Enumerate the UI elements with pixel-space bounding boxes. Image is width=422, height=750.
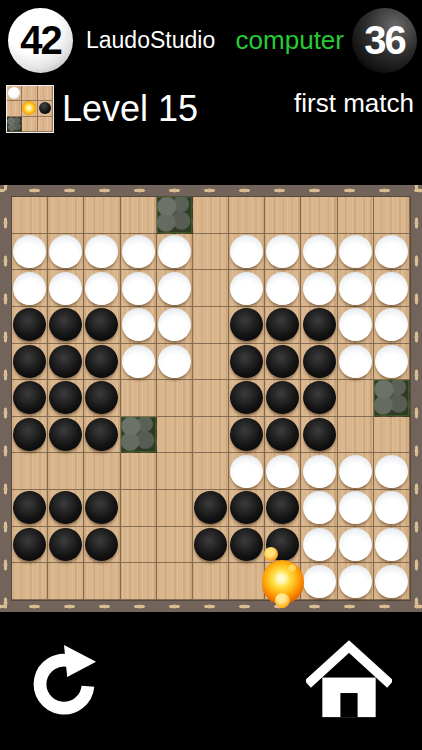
thumbnail-piece — [8, 87, 20, 99]
board-cell[interactable] — [265, 490, 301, 527]
black-score: 36 — [364, 18, 405, 63]
white-disc — [375, 528, 408, 561]
thumbnail-cell — [7, 86, 22, 101]
black-disc — [230, 528, 263, 561]
board-cell[interactable] — [374, 344, 410, 381]
white-disc — [375, 491, 408, 524]
board-cell[interactable] — [301, 344, 337, 381]
board-cell[interactable] — [265, 453, 301, 490]
black-disc — [303, 345, 336, 378]
white-disc — [122, 235, 155, 268]
footer-bar — [0, 612, 422, 750]
white-disc — [230, 272, 263, 305]
board-cell[interactable] — [48, 234, 84, 271]
board-cell[interactable] — [338, 527, 374, 564]
board-cell[interactable] — [229, 490, 265, 527]
board-cell[interactable] — [229, 563, 265, 600]
board-cell[interactable] — [48, 527, 84, 564]
board-cell[interactable] — [193, 417, 229, 454]
white-disc — [122, 308, 155, 341]
board-cell[interactable] — [338, 380, 374, 417]
black-disc — [13, 308, 46, 341]
black-disc — [230, 345, 263, 378]
black-disc — [85, 381, 118, 414]
board-cell[interactable] — [301, 197, 337, 234]
black-disc — [194, 528, 227, 561]
board-cell[interactable] — [193, 344, 229, 381]
board-cell[interactable] — [84, 234, 120, 271]
board-cell[interactable] — [338, 307, 374, 344]
board-cell[interactable] — [265, 417, 301, 454]
board-cell[interactable] — [338, 563, 374, 600]
white-disc — [339, 272, 372, 305]
white-disc — [375, 565, 408, 598]
home-button[interactable] — [306, 637, 392, 725]
board-cell[interactable] — [193, 380, 229, 417]
black-disc — [85, 528, 118, 561]
board-cell[interactable] — [374, 234, 410, 271]
frame-stitches-top — [0, 185, 422, 196]
black-disc — [85, 418, 118, 451]
white-disc — [158, 235, 191, 268]
level-thumbnail — [6, 85, 54, 133]
board-cell[interactable] — [121, 527, 157, 564]
black-disc — [13, 381, 46, 414]
black-disc — [85, 345, 118, 378]
board-cell[interactable] — [12, 270, 48, 307]
board-cell[interactable] — [229, 527, 265, 564]
black-player-name: computer — [236, 25, 344, 56]
board-cell[interactable] — [157, 344, 193, 381]
board-cell[interactable] — [12, 490, 48, 527]
white-disc — [230, 455, 263, 488]
board-cell[interactable] — [193, 270, 229, 307]
white-disc — [303, 528, 336, 561]
black-disc — [230, 418, 263, 451]
board-cell[interactable] — [193, 307, 229, 344]
black-disc — [303, 381, 336, 414]
board-cell[interactable] — [265, 344, 301, 381]
board-cell[interactable] — [12, 453, 48, 490]
white-disc — [375, 308, 408, 341]
black-disc — [13, 528, 46, 561]
board-cell[interactable] — [301, 490, 337, 527]
board-cell[interactable] — [12, 527, 48, 564]
board-cell[interactable] — [301, 270, 337, 307]
board-cell[interactable] — [157, 307, 193, 344]
board-cell[interactable] — [229, 307, 265, 344]
white-disc — [230, 235, 263, 268]
white-disc — [303, 235, 336, 268]
board-cell[interactable] — [229, 417, 265, 454]
board-cell[interactable] — [374, 417, 410, 454]
stone-obstacle[interactable] — [157, 197, 193, 234]
white-disc — [339, 565, 372, 598]
frame-stitches-left — [0, 185, 11, 612]
board-cell[interactable] — [374, 270, 410, 307]
black-score-ball: 36 — [352, 8, 417, 73]
board-cell[interactable] — [84, 307, 120, 344]
black-disc — [230, 491, 263, 524]
white-disc — [122, 272, 155, 305]
black-disc — [13, 418, 46, 451]
black-disc — [49, 381, 82, 414]
stone-obstacle[interactable] — [121, 417, 157, 454]
board-cell[interactable] — [157, 417, 193, 454]
stone-obstacle[interactable] — [374, 380, 410, 417]
board-cell[interactable] — [229, 234, 265, 271]
explosion-effect — [275, 593, 290, 608]
white-disc — [122, 345, 155, 378]
restart-button[interactable] — [24, 639, 104, 723]
board-cell[interactable] — [338, 344, 374, 381]
board-cell[interactable] — [374, 453, 410, 490]
black-disc — [13, 491, 46, 524]
board-cell[interactable] — [157, 234, 193, 271]
black-disc — [49, 308, 82, 341]
black-disc — [194, 491, 227, 524]
black-disc — [266, 381, 299, 414]
white-disc — [266, 272, 299, 305]
home-icon — [306, 713, 392, 728]
board-cell[interactable] — [229, 270, 265, 307]
board-cell[interactable] — [193, 490, 229, 527]
board-cell[interactable] — [157, 490, 193, 527]
white-disc — [303, 491, 336, 524]
board-cell[interactable] — [48, 490, 84, 527]
white-disc — [303, 565, 336, 598]
white-disc — [339, 455, 372, 488]
white-disc — [339, 491, 372, 524]
black-disc — [266, 308, 299, 341]
board-cell[interactable] — [12, 234, 48, 271]
board-cell[interactable] — [12, 344, 48, 381]
board-cell[interactable] — [193, 234, 229, 271]
white-disc — [13, 235, 46, 268]
board-cell[interactable] — [301, 380, 337, 417]
board-cell[interactable] — [84, 490, 120, 527]
board-cell[interactable] — [265, 234, 301, 271]
white-disc — [266, 235, 299, 268]
restart-icon — [24, 711, 104, 726]
board-cell[interactable] — [229, 344, 265, 381]
board-cell[interactable] — [193, 563, 229, 600]
board-cell[interactable] — [229, 197, 265, 234]
thumbnail-cell — [7, 101, 22, 116]
board-cell[interactable] — [121, 270, 157, 307]
board-cell[interactable] — [374, 307, 410, 344]
board-cell[interactable] — [12, 380, 48, 417]
board-cell[interactable] — [338, 453, 374, 490]
board-cell[interactable] — [48, 563, 84, 600]
white-disc — [375, 345, 408, 378]
thumbnail-cell — [22, 86, 37, 101]
white-disc — [158, 345, 191, 378]
black-disc — [49, 491, 82, 524]
board-cell[interactable] — [48, 307, 84, 344]
board-cell[interactable] — [121, 307, 157, 344]
thumbnail-cell — [38, 86, 53, 101]
white-disc — [158, 308, 191, 341]
board-cell[interactable] — [374, 527, 410, 564]
board-cell[interactable] — [338, 197, 374, 234]
board-cell[interactable] — [193, 453, 229, 490]
black-disc — [303, 418, 336, 451]
black-disc — [49, 528, 82, 561]
board-cell[interactable] — [338, 417, 374, 454]
black-disc — [230, 381, 263, 414]
board-cell[interactable] — [374, 563, 410, 600]
white-disc — [85, 235, 118, 268]
frame-stitches-bottom — [0, 601, 422, 612]
board-cell[interactable] — [84, 527, 120, 564]
board-cell[interactable] — [301, 307, 337, 344]
black-disc — [230, 308, 263, 341]
board-cell[interactable] — [12, 307, 48, 344]
thumbnail-piece — [39, 102, 51, 114]
board-cell[interactable] — [301, 527, 337, 564]
black-disc — [303, 308, 336, 341]
black-disc — [49, 418, 82, 451]
white-disc — [339, 235, 372, 268]
white-disc — [339, 528, 372, 561]
thumbnail-cell — [38, 101, 53, 116]
level-header: Level 15 first match — [0, 82, 422, 136]
board-cell[interactable] — [48, 344, 84, 381]
board-cell[interactable] — [48, 453, 84, 490]
board-cell[interactable] — [374, 197, 410, 234]
board-cell[interactable] — [229, 453, 265, 490]
board-cell[interactable] — [301, 563, 337, 600]
white-disc — [375, 235, 408, 268]
board-cell[interactable] — [48, 197, 84, 234]
white-disc — [375, 272, 408, 305]
white-disc — [85, 272, 118, 305]
board-cell[interactable] — [84, 453, 120, 490]
board-cell[interactable] — [338, 234, 374, 271]
board-cell[interactable] — [121, 234, 157, 271]
board-cell[interactable] — [374, 490, 410, 527]
white-disc — [49, 272, 82, 305]
thumbnail-cell — [7, 117, 22, 132]
board-cell[interactable] — [229, 380, 265, 417]
white-disc — [303, 272, 336, 305]
board-cell[interactable] — [265, 563, 301, 600]
board-cell[interactable] — [48, 270, 84, 307]
board-cell[interactable] — [84, 197, 120, 234]
thumbnail-cell — [38, 117, 53, 132]
white-disc — [158, 272, 191, 305]
board-cell[interactable] — [121, 197, 157, 234]
board-cell[interactable] — [84, 380, 120, 417]
board-cell[interactable] — [338, 270, 374, 307]
white-disc — [266, 455, 299, 488]
black-disc — [266, 418, 299, 451]
board-cell[interactable] — [121, 490, 157, 527]
board-cell[interactable] — [157, 270, 193, 307]
board-cell[interactable] — [12, 563, 48, 600]
score-header: 42 LaudoStudio computer 36 — [0, 0, 422, 80]
white-disc — [303, 455, 336, 488]
board-cell[interactable] — [157, 563, 193, 600]
board-cell[interactable] — [338, 490, 374, 527]
board-cell[interactable] — [121, 563, 157, 600]
black-disc — [49, 345, 82, 378]
black-disc — [85, 308, 118, 341]
white-disc — [13, 272, 46, 305]
white-disc — [339, 308, 372, 341]
white-score: 42 — [20, 18, 61, 63]
board-cell[interactable] — [84, 417, 120, 454]
thumbnail-cell — [22, 117, 37, 132]
black-disc — [266, 491, 299, 524]
board-cell[interactable] — [12, 197, 48, 234]
board-cell[interactable] — [265, 307, 301, 344]
board-cell[interactable] — [84, 270, 120, 307]
match-label: first match — [294, 88, 414, 119]
black-disc — [266, 345, 299, 378]
white-disc — [375, 455, 408, 488]
board-cell[interactable] — [265, 270, 301, 307]
board-cell[interactable] — [265, 197, 301, 234]
frame-stitches-right — [411, 185, 422, 612]
level-label: Level 15 — [62, 88, 198, 130]
board-cell[interactable] — [84, 344, 120, 381]
board-cell[interactable] — [301, 234, 337, 271]
board-cell[interactable] — [121, 453, 157, 490]
board-cell[interactable] — [301, 453, 337, 490]
white-disc — [49, 235, 82, 268]
board-cell[interactable] — [48, 380, 84, 417]
board-cell[interactable] — [193, 197, 229, 234]
board-cell[interactable] — [301, 417, 337, 454]
board-cell[interactable] — [84, 563, 120, 600]
board-frame — [0, 185, 422, 612]
board-cell[interactable] — [193, 527, 229, 564]
white-score-ball: 42 — [8, 8, 73, 73]
game-screen: 42 LaudoStudio computer 36 Level 15 firs… — [0, 0, 422, 750]
board-cell[interactable] — [121, 344, 157, 381]
board-cell[interactable] — [12, 417, 48, 454]
thumbnail-piece — [22, 101, 36, 115]
thumbnail-cell — [22, 101, 37, 116]
board-cell[interactable] — [157, 527, 193, 564]
board-grid — [11, 196, 411, 601]
white-disc — [339, 345, 372, 378]
black-disc — [85, 491, 118, 524]
board-cell[interactable] — [157, 453, 193, 490]
board-cell[interactable] — [265, 380, 301, 417]
board-cell[interactable] — [157, 380, 193, 417]
white-player-name: LaudoStudio — [86, 27, 215, 54]
board-cell[interactable] — [48, 417, 84, 454]
black-disc — [13, 345, 46, 378]
board-cell[interactable] — [121, 380, 157, 417]
